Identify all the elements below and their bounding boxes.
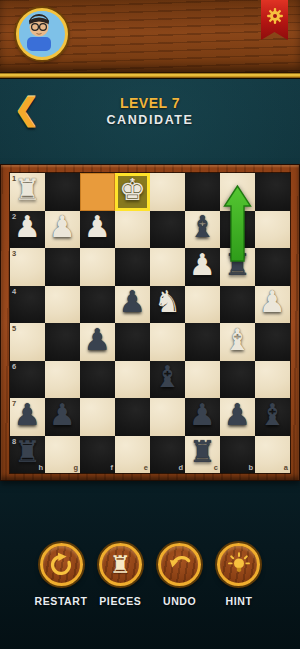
black-bishop-a7[interactable]: ♝ (259, 400, 286, 430)
restart-label: RESTART (35, 595, 88, 607)
square-b1[interactable] (220, 173, 255, 211)
rook-icon: ♜ (110, 553, 132, 577)
square-e4[interactable]: ♟ (115, 286, 150, 324)
pieces-button[interactable]: ♜ PIECES (95, 543, 145, 607)
black-pawn-e4[interactable]: ♟ (119, 287, 146, 317)
square-h4[interactable]: 4 (10, 286, 45, 324)
file-label: f (111, 464, 114, 472)
square-c3[interactable]: ♟ (185, 248, 220, 286)
square-a4[interactable]: ♟ (255, 286, 290, 324)
square-e1[interactable]: ♚ (115, 173, 150, 211)
square-d5[interactable] (150, 323, 185, 361)
hint-button-circle (217, 543, 260, 586)
square-h1[interactable]: 1♜ (10, 173, 45, 211)
square-d7[interactable] (150, 398, 185, 436)
square-g4[interactable] (45, 286, 80, 324)
level-title: LEVEL 7 (0, 95, 300, 111)
white-pawn-g2[interactable]: ♟ (49, 212, 76, 242)
square-f3[interactable] (80, 248, 115, 286)
square-g2[interactable]: ♟ (45, 211, 80, 249)
rank-label: 5 (12, 325, 16, 333)
chess-board-frame: 1♜♚2♟♟♟♝3♟♜4♟♞♟5♟♝6♝7♟♟♟♟♝8h♜gfedc♜ba (0, 164, 300, 481)
square-a3[interactable] (255, 248, 290, 286)
square-c6[interactable] (185, 361, 220, 399)
square-d1[interactable] (150, 173, 185, 211)
toolbar: RESTART ♜ PIECES UNDO (0, 543, 300, 607)
square-b7[interactable]: ♟ (220, 398, 255, 436)
square-f7[interactable] (80, 398, 115, 436)
square-f6[interactable] (80, 361, 115, 399)
square-g3[interactable] (45, 248, 80, 286)
top-wood-header (0, 0, 300, 72)
gear-icon (265, 6, 285, 26)
square-h8[interactable]: 8h♜ (10, 436, 45, 474)
restart-icon (48, 552, 74, 578)
undo-button-circle (158, 543, 201, 586)
square-b5[interactable]: ♝ (220, 323, 255, 361)
square-a5[interactable] (255, 323, 290, 361)
square-c7[interactable]: ♟ (185, 398, 220, 436)
white-pawn-h2[interactable]: ♟ (14, 212, 41, 242)
square-h3[interactable]: 3 (10, 248, 45, 286)
rank-label: 6 (12, 363, 16, 371)
white-king-e1[interactable]: ♚ (119, 175, 146, 205)
pieces-button-circle: ♜ (99, 543, 142, 586)
black-pawn-c7[interactable]: ♟ (189, 400, 216, 430)
pieces-label: PIECES (99, 595, 141, 607)
lightbulb-icon (226, 552, 252, 578)
square-e5[interactable] (115, 323, 150, 361)
black-bishop-c2[interactable]: ♝ (189, 212, 216, 242)
square-a8[interactable]: a (255, 436, 290, 474)
square-h7[interactable]: 7♟ (10, 398, 45, 436)
square-c1[interactable] (185, 173, 220, 211)
square-h2[interactable]: 2♟ (10, 211, 45, 249)
square-b4[interactable] (220, 286, 255, 324)
white-bishop-b5[interactable]: ♝ (224, 325, 251, 355)
black-pawn-f5[interactable]: ♟ (84, 325, 111, 355)
square-a6[interactable] (255, 361, 290, 399)
square-g7[interactable]: ♟ (45, 398, 80, 436)
undo-arrow-icon (167, 552, 193, 578)
white-rook-h1[interactable]: ♜ (14, 175, 41, 205)
black-pawn-b7[interactable]: ♟ (224, 400, 251, 430)
square-c8[interactable]: c♜ (185, 436, 220, 474)
black-rook-b3[interactable]: ♜ (224, 250, 251, 280)
black-pawn-g7[interactable]: ♟ (49, 400, 76, 430)
square-e3[interactable] (115, 248, 150, 286)
undo-label: UNDO (163, 595, 196, 607)
restart-button[interactable]: RESTART (36, 543, 86, 607)
square-f1[interactable] (80, 173, 115, 211)
white-pawn-a4[interactable]: ♟ (259, 287, 286, 317)
square-b2[interactable] (220, 211, 255, 249)
square-c2[interactable]: ♝ (185, 211, 220, 249)
square-e2[interactable] (115, 211, 150, 249)
square-b8[interactable]: b (220, 436, 255, 474)
square-g5[interactable] (45, 323, 80, 361)
white-pawn-f2[interactable]: ♟ (84, 212, 111, 242)
board-squares: 1♜♚2♟♟♟♝3♟♜4♟♞♟5♟♝6♝7♟♟♟♟♝8h♜gfedc♜ba (10, 173, 290, 473)
rank-label: 3 (12, 250, 16, 258)
square-b6[interactable] (220, 361, 255, 399)
square-f4[interactable] (80, 286, 115, 324)
square-f2[interactable]: ♟ (80, 211, 115, 249)
gold-divider (0, 72, 300, 79)
square-g8[interactable]: g (45, 436, 80, 474)
square-c4[interactable] (185, 286, 220, 324)
hint-button[interactable]: HINT (214, 543, 264, 607)
square-d6[interactable]: ♝ (150, 361, 185, 399)
black-bishop-d6[interactable]: ♝ (154, 362, 181, 392)
square-e7[interactable] (115, 398, 150, 436)
square-f8[interactable]: f (80, 436, 115, 474)
black-pawn-h7[interactable]: ♟ (14, 400, 41, 430)
file-label: b (248, 464, 253, 472)
square-a1[interactable] (255, 173, 290, 211)
square-h5[interactable]: 5 (10, 323, 45, 361)
file-label: e (144, 464, 148, 472)
square-a2[interactable] (255, 211, 290, 249)
black-rook-c8[interactable]: ♜ (189, 437, 216, 467)
square-h6[interactable]: 6 (10, 361, 45, 399)
settings-ribbon[interactable] (261, 0, 288, 40)
square-g1[interactable] (45, 173, 80, 211)
square-c5[interactable] (185, 323, 220, 361)
square-d4[interactable]: ♞ (150, 286, 185, 324)
hint-label: HINT (226, 595, 253, 607)
square-e6[interactable] (115, 361, 150, 399)
square-e8[interactable]: e (115, 436, 150, 474)
white-pawn-c3[interactable]: ♟ (189, 250, 216, 280)
square-d3[interactable] (150, 248, 185, 286)
avatar-portrait (19, 11, 59, 51)
restart-button-circle (40, 543, 83, 586)
level-subtitle: CANDIDATE (0, 113, 300, 127)
square-a7[interactable]: ♝ (255, 398, 290, 436)
square-d2[interactable] (150, 211, 185, 249)
white-knight-d4[interactable]: ♞ (154, 287, 181, 317)
square-b3[interactable]: ♜ (220, 248, 255, 286)
rank-label: 4 (12, 288, 16, 296)
avatar[interactable] (16, 8, 68, 60)
square-d8[interactable]: d (150, 436, 185, 474)
square-f5[interactable]: ♟ (80, 323, 115, 361)
file-label: a (284, 464, 288, 472)
black-rook-h8[interactable]: ♜ (14, 437, 41, 467)
square-g6[interactable] (45, 361, 80, 399)
undo-button[interactable]: UNDO (155, 543, 205, 607)
file-label: d (178, 464, 183, 472)
file-label: g (73, 464, 78, 472)
